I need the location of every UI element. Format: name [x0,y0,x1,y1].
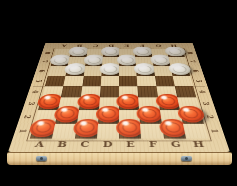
file-label-bottom-b: B [50,138,75,151]
square-c3[interactable] [79,98,100,110]
rank-label-left-4: 4 [25,88,47,96]
square-d6[interactable] [101,66,119,76]
board-grid [30,49,208,139]
square-d5[interactable] [100,76,119,86]
rank-label-left-8: 8 [39,50,57,56]
file-label-bottom-f: F [141,138,165,151]
rank-label-right-2: 2 [199,112,223,122]
square-d2[interactable] [98,110,119,124]
photo-stage: ABCDEFGH ABCDEFGH 87654321 87654321 [0,0,237,186]
square-b6[interactable] [66,66,85,76]
draughts-board: ABCDEFGH ABCDEFGH 87654321 87654321 [8,43,230,152]
white-man-d6[interactable] [99,63,121,75]
square-c7[interactable] [85,57,103,66]
rank-label-left-2: 2 [16,112,40,122]
rank-label-right-8: 8 [181,50,199,56]
file-label-bottom-c: C [73,138,97,151]
square-g7[interactable] [152,57,170,66]
rank-label-right-7: 7 [184,58,203,65]
file-labels-bottom: ABCDEFGH [26,138,211,151]
square-c5[interactable] [82,76,101,86]
square-e3[interactable] [119,98,139,110]
clasp-right-icon [181,156,192,161]
file-label-top-d: D [103,43,119,49]
square-b2[interactable] [55,110,78,124]
rank-label-left-6: 6 [32,67,52,74]
rank-label-right-1: 1 [202,126,227,137]
square-e1[interactable] [119,124,141,139]
file-label-top-b: B [72,43,89,49]
rank-label-right-4: 4 [192,88,214,96]
square-g5[interactable] [155,76,175,86]
file-label-top-g: G [150,43,167,49]
file-label-bottom-a: A [26,138,52,151]
board-front-edge [7,152,232,165]
file-label-bottom-h: H [186,138,212,151]
square-f2[interactable] [139,110,161,124]
square-f8[interactable] [135,49,152,57]
square-e7[interactable] [119,57,136,66]
rank-label-left-1: 1 [10,126,35,137]
square-b4[interactable] [61,86,82,97]
square-g3[interactable] [158,98,180,110]
file-label-top-c: C [87,43,103,49]
clasp-left-icon [36,156,47,161]
red-man-d2[interactable] [95,106,121,123]
square-b5[interactable] [63,76,83,86]
square-f4[interactable] [138,86,158,97]
file-label-top-a: A [56,43,73,49]
rank-label-left-3: 3 [20,99,43,108]
file-label-bottom-d: D [96,138,119,151]
square-d4[interactable] [100,86,119,97]
rank-label-left-7: 7 [36,58,55,65]
file-label-top-e: E [119,43,135,49]
file-label-top-f: F [134,43,150,49]
rank-label-right-6: 6 [186,67,206,74]
file-label-top-h: H [165,43,182,49]
rank-label-left-5: 5 [29,77,50,85]
rank-label-right-5: 5 [189,77,210,85]
file-label-bottom-g: G [163,138,188,151]
board-frame: ABCDEFGH ABCDEFGH 87654321 87654321 [8,43,230,152]
square-f5[interactable] [137,76,156,86]
file-label-bottom-e: E [119,138,142,151]
file-labels-top: ABCDEFGH [56,43,183,49]
square-e5[interactable] [119,76,138,86]
square-d8[interactable] [103,49,119,57]
square-b8[interactable] [70,49,88,57]
square-c1[interactable] [74,124,97,139]
square-f6[interactable] [136,66,154,76]
rank-label-right-3: 3 [195,99,218,108]
